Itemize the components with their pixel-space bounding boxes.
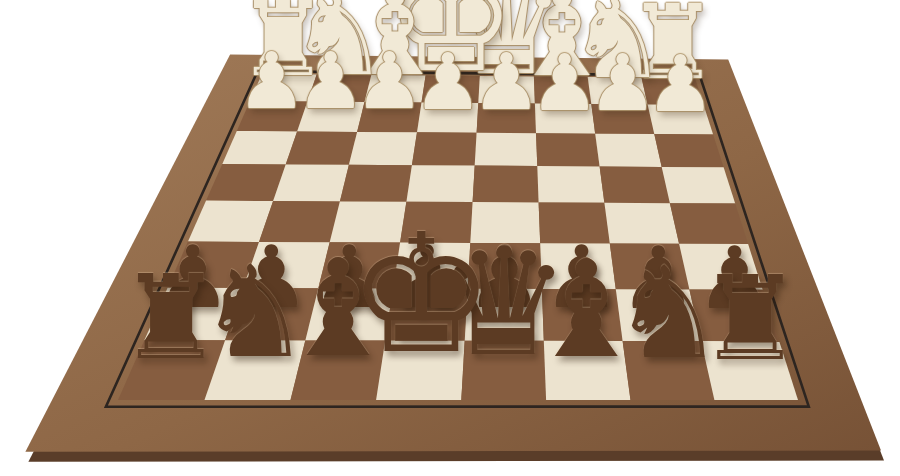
square-f4 (340, 165, 412, 202)
square-b3 (595, 134, 662, 167)
square-c4 (537, 166, 604, 203)
square-c3 (536, 133, 600, 166)
square-d4 (473, 166, 539, 203)
square-f3 (349, 132, 417, 165)
square-a3 (654, 134, 723, 167)
piece-black-rook-h8[interactable]: ♜ (118, 259, 223, 376)
square-e3 (412, 132, 477, 165)
square-a4 (662, 167, 736, 204)
square-b4 (600, 166, 670, 203)
square-d3 (475, 133, 538, 166)
board-photo: ♜♞♝♛♚♝♞♜♟♟♟♟♟♟♟♟♟♟♟♟♟♟♟♟♜♞♝♛♚♝♞♜ (0, 0, 900, 476)
square-e4 (406, 165, 474, 202)
square-g3 (286, 131, 357, 164)
piece-white-pawn-h2[interactable]: ♟ (237, 42, 307, 120)
square-g4 (273, 164, 349, 201)
